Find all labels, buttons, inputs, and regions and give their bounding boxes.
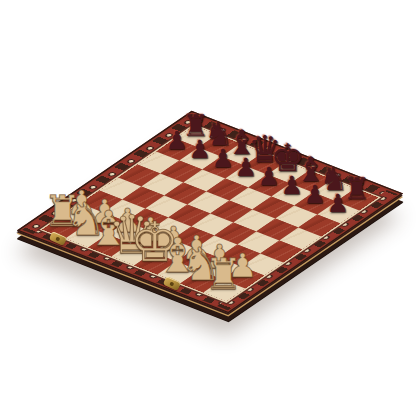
board-grid: ♜♞♝♛♚♝♞♜♟♟♟♟♟♟♟♟♟♟♟♟♟♟♟♟♜♞♝♛♚♝♞♜ xyxy=(42,125,378,301)
product-photo-stage: ♜♞♝♛♚♝♞♜♟♟♟♟♟♟♟♟♟♟♟♟♟♟♟♟♜♞♝♛♚♝♞♜ xyxy=(0,0,416,416)
chess-board: ♜♞♝♛♚♝♞♜♟♟♟♟♟♟♟♟♟♟♟♟♟♟♟♟♜♞♝♛♚♝♞♜ xyxy=(17,111,403,313)
